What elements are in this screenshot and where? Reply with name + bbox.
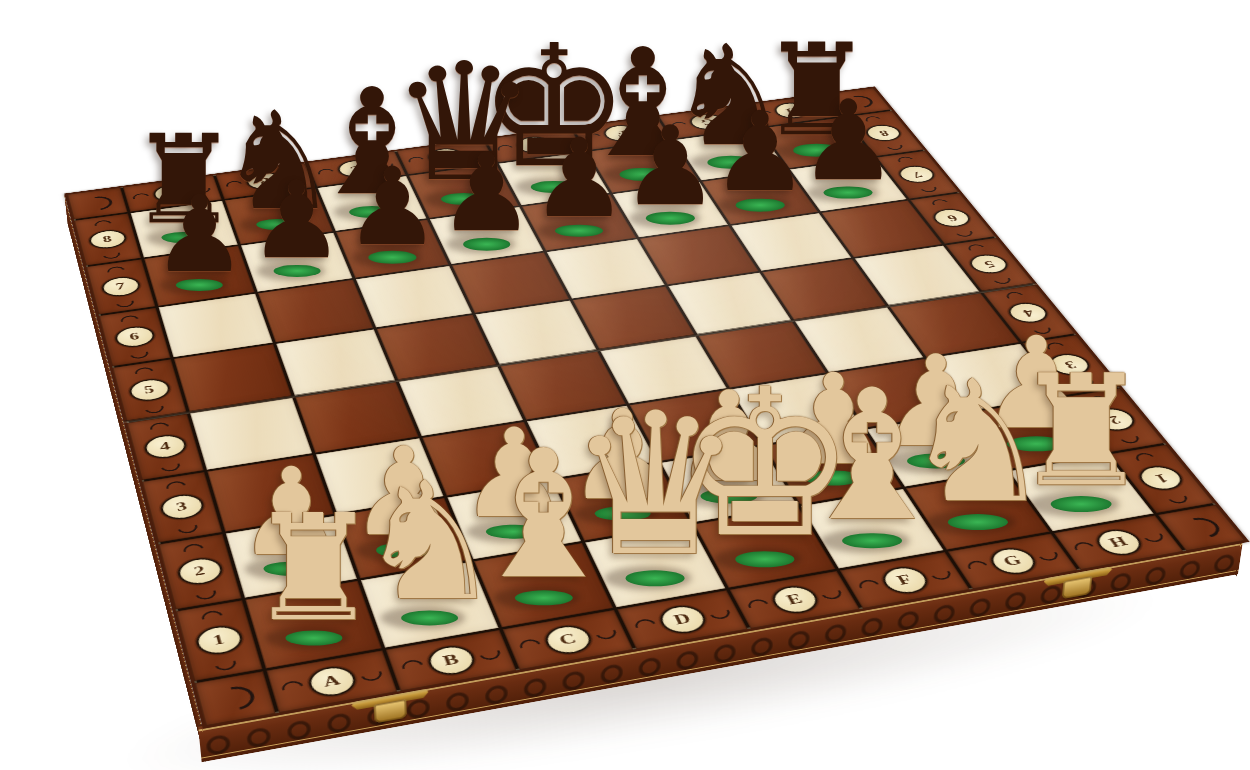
scroll-ornament-icon (475, 645, 502, 662)
scroll-ornament-icon (818, 585, 843, 601)
scroll-ornament-icon (277, 679, 306, 697)
corner-scroll-icon (77, 194, 117, 212)
square-c4[interactable] (399, 367, 523, 436)
square-h2[interactable] (967, 397, 1106, 469)
label-circle: A (304, 663, 359, 699)
square-a3[interactable] (207, 455, 333, 532)
scroll-ornament-icon (745, 598, 772, 615)
label-circle: 8 (862, 123, 906, 143)
scroll-ornament-icon (1118, 431, 1141, 445)
scroll-ornament-icon (1035, 547, 1059, 562)
scroll-ornament-icon (755, 110, 774, 119)
corner-scroll-icon (209, 683, 260, 714)
square-e3[interactable] (630, 390, 761, 461)
scroll-ornament-icon (670, 121, 690, 130)
scroll-ornament-icon (592, 625, 619, 641)
scroll-ornament-icon (131, 366, 156, 379)
label-circle: 5 (126, 376, 172, 403)
label-circle: E (766, 583, 823, 616)
label-circle: 1 (1133, 464, 1190, 493)
scroll-ornament-icon (406, 156, 427, 166)
label-circle: 4 (141, 432, 188, 460)
scroll-ornament-icon (1031, 323, 1053, 335)
label-circle: 4 (1003, 301, 1054, 325)
label-circle: 7 (99, 275, 142, 299)
square-a2[interactable] (226, 516, 357, 598)
label-circle: F (876, 564, 933, 597)
scroll-ornament-icon (810, 102, 830, 111)
scroll-ornament-icon (553, 136, 574, 146)
square-c3[interactable] (422, 422, 551, 496)
label-circle: 7 (894, 164, 940, 185)
scroll-ornament-icon (224, 180, 246, 190)
label-circle: D (425, 147, 467, 167)
scroll-ornament-icon (100, 249, 123, 260)
square-b2[interactable] (338, 498, 470, 578)
corner-scroll-icon (842, 94, 876, 110)
rank-label-left-3: 3 (142, 472, 222, 543)
scroll-ornament-icon (147, 421, 173, 435)
label-circle: 3 (157, 492, 206, 522)
scroll-ornament-icon (1005, 291, 1026, 302)
label-circle: 5 (965, 253, 1014, 276)
label-circle: H (1089, 527, 1147, 558)
scroll-ornament-icon (706, 605, 732, 621)
scroll-ornament-icon (1165, 491, 1189, 506)
scroll-ornament-icon (856, 578, 882, 594)
scroll-ornament-icon (174, 520, 201, 535)
label-circle: D (654, 602, 710, 636)
scroll-ornament-icon (284, 172, 306, 182)
scroll-ornament-icon (991, 274, 1013, 286)
label-circle: G (984, 545, 1042, 577)
label-circle: 6 (929, 207, 976, 229)
label-circle: C (335, 159, 376, 180)
scroll-ornament-icon (1141, 529, 1164, 544)
label-circle: 8 (87, 228, 128, 250)
scroll-ornament-icon (157, 459, 183, 473)
scroll-ornament-icon (967, 243, 987, 254)
scroll-ornament-icon (117, 314, 142, 326)
scroll-ornament-icon (1073, 376, 1096, 389)
scroll-ornament-icon (631, 617, 658, 634)
rank-label-right-2: 2 (1065, 388, 1165, 452)
scroll-ornament-icon (316, 168, 337, 178)
scroll-ornament-icon (516, 638, 544, 655)
scroll-ornament-icon (1046, 341, 1067, 353)
label-circle: 3 (1044, 352, 1096, 378)
scroll-ornament-icon (918, 183, 939, 193)
scroll-ornament-icon (91, 219, 114, 230)
label-circle: 1 (192, 623, 245, 658)
scroll-ornament-icon (583, 132, 603, 141)
rank-label-left-7: 7 (86, 259, 155, 314)
scroll-ornament-icon (113, 297, 137, 308)
scroll-ornament-icon (163, 479, 190, 494)
label-circle: C (540, 622, 596, 657)
square-b4[interactable] (295, 382, 418, 453)
rank-label-left-6: 6 (99, 308, 170, 366)
scroll-ornament-icon (464, 148, 485, 158)
scroll-ornament-icon (375, 160, 397, 170)
square-g2[interactable] (867, 413, 1005, 486)
label-circle: 2 (174, 555, 225, 587)
scroll-ornament-icon (104, 265, 128, 276)
scroll-ornament-icon (180, 542, 208, 558)
label-circle: 2 (1087, 406, 1141, 434)
scroll-ornament-icon (127, 347, 151, 359)
scroll-ornament-icon (496, 144, 517, 153)
rank-label-left-5: 5 (113, 359, 187, 421)
rank-label-left-4: 4 (127, 414, 204, 480)
scroll-ornament-icon (725, 113, 745, 122)
square-d4[interactable] (500, 351, 625, 419)
scroll-ornament-icon (191, 184, 214, 194)
scroll-ornament-icon (198, 609, 227, 626)
square-c2[interactable] (447, 480, 581, 559)
label-circle: F (601, 124, 643, 144)
label-circle: G (686, 112, 729, 131)
scroll-ornament-icon (953, 227, 974, 238)
square-a4[interactable] (190, 398, 312, 470)
scroll-ornament-icon (965, 559, 991, 575)
rank-label-left-2: 2 (159, 534, 242, 609)
scroll-ornament-icon (639, 125, 660, 135)
scroll-ornament-icon (130, 192, 152, 202)
rank-label-right-3: 3 (1023, 335, 1119, 395)
label-circle: B (244, 171, 285, 192)
product-photo-scene: ABCDEFGH8877665544332211ABCDEFGH ♜♞♝♛♚♝♞… (0, 0, 1250, 770)
scroll-ornament-icon (896, 156, 915, 166)
scroll-ornament-icon (211, 655, 239, 672)
square-g3[interactable] (830, 359, 963, 428)
square-f2[interactable] (765, 430, 902, 505)
square-a5[interactable] (174, 344, 292, 412)
corner-scroll-icon (1180, 514, 1222, 540)
scroll-ornament-icon (884, 141, 904, 151)
scroll-ornament-icon (357, 666, 385, 683)
scroll-ornament-icon (864, 116, 883, 125)
scroll-ornament-icon (141, 401, 166, 414)
square-b3[interactable] (316, 438, 444, 513)
label-circle: B (423, 642, 478, 677)
square-d3[interactable] (527, 406, 657, 479)
rank-label-left-1: 1 (176, 600, 262, 681)
label-circle: H (771, 101, 814, 120)
scroll-ornament-icon (1135, 452, 1157, 466)
scroll-ornament-icon (928, 566, 952, 581)
rank-label-right-1: 1 (1110, 445, 1214, 513)
scroll-ornament-icon (931, 198, 951, 208)
rank-label-left-8: 8 (74, 213, 141, 265)
square-d2[interactable] (555, 463, 690, 540)
square-f3[interactable] (731, 374, 863, 444)
label-circle: E (514, 135, 556, 155)
scroll-ornament-icon (1089, 395, 1111, 408)
square-e2[interactable] (661, 446, 797, 522)
square-h3[interactable] (927, 344, 1061, 412)
label-circle: A (152, 183, 193, 204)
scroll-ornament-icon (1072, 540, 1097, 556)
label-circle: 6 (112, 324, 156, 349)
scroll-ornament-icon (398, 658, 427, 676)
scroll-ornament-icon (192, 585, 220, 601)
